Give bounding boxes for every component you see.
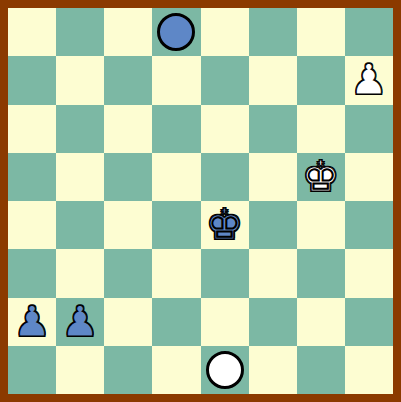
blue-pawn[interactable]: ♟	[13, 301, 51, 343]
square-d6[interactable]	[152, 105, 200, 153]
square-b2[interactable]: ♟	[56, 298, 104, 346]
board-frame: ♟♚♚♟♟	[0, 0, 401, 402]
square-h5[interactable]	[345, 153, 393, 201]
square-f3[interactable]	[249, 249, 297, 297]
square-d7[interactable]	[152, 56, 200, 104]
square-b8[interactable]	[56, 8, 104, 56]
square-g1[interactable]	[297, 346, 345, 394]
square-d1[interactable]	[152, 346, 200, 394]
square-b4[interactable]	[56, 201, 104, 249]
square-d8[interactable]	[152, 8, 200, 56]
square-h1[interactable]	[345, 346, 393, 394]
square-e4[interactable]: ♚	[201, 201, 249, 249]
square-c4[interactable]	[104, 201, 152, 249]
square-a4[interactable]	[8, 201, 56, 249]
square-a5[interactable]	[8, 153, 56, 201]
square-g4[interactable]	[297, 201, 345, 249]
square-g2[interactable]	[297, 298, 345, 346]
square-b7[interactable]	[56, 56, 104, 104]
square-e6[interactable]	[201, 105, 249, 153]
white-king[interactable]: ♚	[302, 156, 340, 198]
square-f7[interactable]	[249, 56, 297, 104]
square-e7[interactable]	[201, 56, 249, 104]
white-pawn[interactable]: ♟	[350, 59, 388, 101]
blue-king[interactable]: ♚	[206, 204, 244, 246]
square-e8[interactable]	[201, 8, 249, 56]
square-a3[interactable]	[8, 249, 56, 297]
square-d5[interactable]	[152, 153, 200, 201]
square-e5[interactable]	[201, 153, 249, 201]
square-b5[interactable]	[56, 153, 104, 201]
square-f2[interactable]	[249, 298, 297, 346]
blue-circle-marker[interactable]	[157, 13, 195, 51]
square-d2[interactable]	[152, 298, 200, 346]
square-a6[interactable]	[8, 105, 56, 153]
square-c7[interactable]	[104, 56, 152, 104]
square-f6[interactable]	[249, 105, 297, 153]
square-a7[interactable]	[8, 56, 56, 104]
square-c6[interactable]	[104, 105, 152, 153]
square-h8[interactable]	[345, 8, 393, 56]
square-g8[interactable]	[297, 8, 345, 56]
chess-board: ♟♚♚♟♟	[8, 8, 393, 394]
square-c3[interactable]	[104, 249, 152, 297]
square-a2[interactable]: ♟	[8, 298, 56, 346]
square-h3[interactable]	[345, 249, 393, 297]
square-c5[interactable]	[104, 153, 152, 201]
square-e2[interactable]	[201, 298, 249, 346]
square-h4[interactable]	[345, 201, 393, 249]
square-c8[interactable]	[104, 8, 152, 56]
square-g3[interactable]	[297, 249, 345, 297]
square-h2[interactable]	[345, 298, 393, 346]
square-c1[interactable]	[104, 346, 152, 394]
square-b1[interactable]	[56, 346, 104, 394]
square-g7[interactable]	[297, 56, 345, 104]
square-h7[interactable]: ♟	[345, 56, 393, 104]
square-a1[interactable]	[8, 346, 56, 394]
square-b3[interactable]	[56, 249, 104, 297]
white-circle-marker[interactable]	[206, 351, 244, 389]
square-f8[interactable]	[249, 8, 297, 56]
square-d3[interactable]	[152, 249, 200, 297]
square-f4[interactable]	[249, 201, 297, 249]
square-e1[interactable]	[201, 346, 249, 394]
square-h6[interactable]	[345, 105, 393, 153]
square-c2[interactable]	[104, 298, 152, 346]
square-f5[interactable]	[249, 153, 297, 201]
square-d4[interactable]	[152, 201, 200, 249]
square-b6[interactable]	[56, 105, 104, 153]
square-g5[interactable]: ♚	[297, 153, 345, 201]
square-a8[interactable]	[8, 8, 56, 56]
square-e3[interactable]	[201, 249, 249, 297]
blue-pawn[interactable]: ♟	[61, 301, 99, 343]
square-f1[interactable]	[249, 346, 297, 394]
square-g6[interactable]	[297, 105, 345, 153]
